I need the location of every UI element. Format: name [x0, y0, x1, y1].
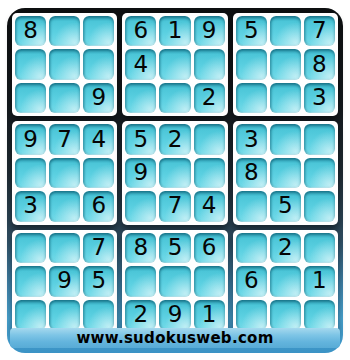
cell-r9c3[interactable] [83, 300, 114, 330]
cell-r4c9[interactable] [304, 124, 335, 154]
cell-r9c9[interactable] [304, 300, 335, 330]
box-1-3: 5783 [233, 13, 338, 116]
cell-r8c3[interactable]: 5 [83, 266, 114, 296]
cell-r4c3[interactable]: 4 [83, 124, 114, 154]
cell-r1c6[interactable]: 9 [194, 16, 225, 46]
cell-r7c9[interactable] [304, 233, 335, 263]
box-2-3: 385 [233, 121, 338, 224]
cell-r3c8[interactable] [270, 83, 301, 113]
cell-r2c2[interactable] [49, 49, 80, 79]
cell-r1c7[interactable]: 5 [236, 16, 267, 46]
cell-r7c8[interactable]: 2 [270, 233, 301, 263]
cell-r5c7[interactable]: 8 [236, 158, 267, 188]
cell-r3c6[interactable]: 2 [194, 83, 225, 113]
cell-r8c7[interactable]: 6 [236, 266, 267, 296]
cell-r6c1[interactable]: 3 [15, 191, 46, 221]
cell-r3c2[interactable] [49, 83, 80, 113]
cell-r2c5[interactable] [159, 49, 190, 79]
cell-r5c3[interactable] [83, 158, 114, 188]
cell-r9c1[interactable] [15, 300, 46, 330]
box-3-2: 856291 [122, 230, 227, 333]
cell-r2c6[interactable] [194, 49, 225, 79]
cell-r6c7[interactable] [236, 191, 267, 221]
cell-r5c6[interactable] [194, 158, 225, 188]
cell-r4c6[interactable] [194, 124, 225, 154]
cell-r8c2[interactable]: 9 [49, 266, 80, 296]
cell-r4c4[interactable]: 5 [125, 124, 156, 154]
sudoku-board: 896194257839743652974385795856291261 [12, 13, 338, 333]
cell-r2c8[interactable] [270, 49, 301, 79]
cell-r9c5[interactable]: 9 [159, 300, 190, 330]
cell-r7c2[interactable] [49, 233, 80, 263]
footer-band: www.sudokusweb.com [10, 328, 340, 348]
cell-r5c2[interactable] [49, 158, 80, 188]
cell-r8c1[interactable] [15, 266, 46, 296]
cell-r4c1[interactable]: 9 [15, 124, 46, 154]
cell-r2c1[interactable] [15, 49, 46, 79]
cell-r3c9[interactable]: 3 [304, 83, 335, 113]
box-3-3: 261 [233, 230, 338, 333]
cell-r1c3[interactable] [83, 16, 114, 46]
cell-r6c9[interactable] [304, 191, 335, 221]
cell-r1c1[interactable]: 8 [15, 16, 46, 46]
cell-r7c1[interactable] [15, 233, 46, 263]
cell-r3c3[interactable]: 9 [83, 83, 114, 113]
cell-r3c4[interactable] [125, 83, 156, 113]
cell-r8c8[interactable] [270, 266, 301, 296]
cell-r5c4[interactable]: 9 [125, 158, 156, 188]
puzzle-frame: 896194257839743652974385795856291261 www… [7, 8, 343, 353]
cell-r2c9[interactable]: 8 [304, 49, 335, 79]
cell-r1c2[interactable] [49, 16, 80, 46]
cell-r9c2[interactable] [49, 300, 80, 330]
cell-r9c8[interactable] [270, 300, 301, 330]
cell-r4c2[interactable]: 7 [49, 124, 80, 154]
cell-r3c1[interactable] [15, 83, 46, 113]
box-2-1: 97436 [12, 121, 117, 224]
cell-r8c6[interactable] [194, 266, 225, 296]
cell-r5c9[interactable] [304, 158, 335, 188]
cell-r5c8[interactable] [270, 158, 301, 188]
cell-r9c7[interactable] [236, 300, 267, 330]
cell-r2c3[interactable] [83, 49, 114, 79]
cell-r6c8[interactable]: 5 [270, 191, 301, 221]
cell-r1c5[interactable]: 1 [159, 16, 190, 46]
cell-r8c9[interactable]: 1 [304, 266, 335, 296]
cell-r8c4[interactable] [125, 266, 156, 296]
cell-r3c5[interactable] [159, 83, 190, 113]
cell-r7c6[interactable]: 6 [194, 233, 225, 263]
cell-r4c5[interactable]: 2 [159, 124, 190, 154]
cell-r2c4[interactable]: 4 [125, 49, 156, 79]
cell-r7c3[interactable]: 7 [83, 233, 114, 263]
cell-r7c7[interactable] [236, 233, 267, 263]
cell-r4c8[interactable] [270, 124, 301, 154]
site-url: www.sudokusweb.com [76, 329, 273, 347]
cell-r9c4[interactable]: 2 [125, 300, 156, 330]
box-1-2: 61942 [122, 13, 227, 116]
cell-r6c6[interactable]: 4 [194, 191, 225, 221]
cell-r6c5[interactable]: 7 [159, 191, 190, 221]
cell-r7c5[interactable]: 5 [159, 233, 190, 263]
box-2-2: 52974 [122, 121, 227, 224]
cell-r4c7[interactable]: 3 [236, 124, 267, 154]
cell-r1c8[interactable] [270, 16, 301, 46]
cell-r6c2[interactable] [49, 191, 80, 221]
box-3-1: 795 [12, 230, 117, 333]
cell-r5c5[interactable] [159, 158, 190, 188]
cell-r7c4[interactable]: 8 [125, 233, 156, 263]
cell-r6c4[interactable] [125, 191, 156, 221]
cell-r2c7[interactable] [236, 49, 267, 79]
box-1-1: 89 [12, 13, 117, 116]
cell-r3c7[interactable] [236, 83, 267, 113]
cell-r1c9[interactable]: 7 [304, 16, 335, 46]
cell-r5c1[interactable] [15, 158, 46, 188]
cell-r9c6[interactable]: 1 [194, 300, 225, 330]
cell-r6c3[interactable]: 6 [83, 191, 114, 221]
cell-r1c4[interactable]: 6 [125, 16, 156, 46]
cell-r8c5[interactable] [159, 266, 190, 296]
